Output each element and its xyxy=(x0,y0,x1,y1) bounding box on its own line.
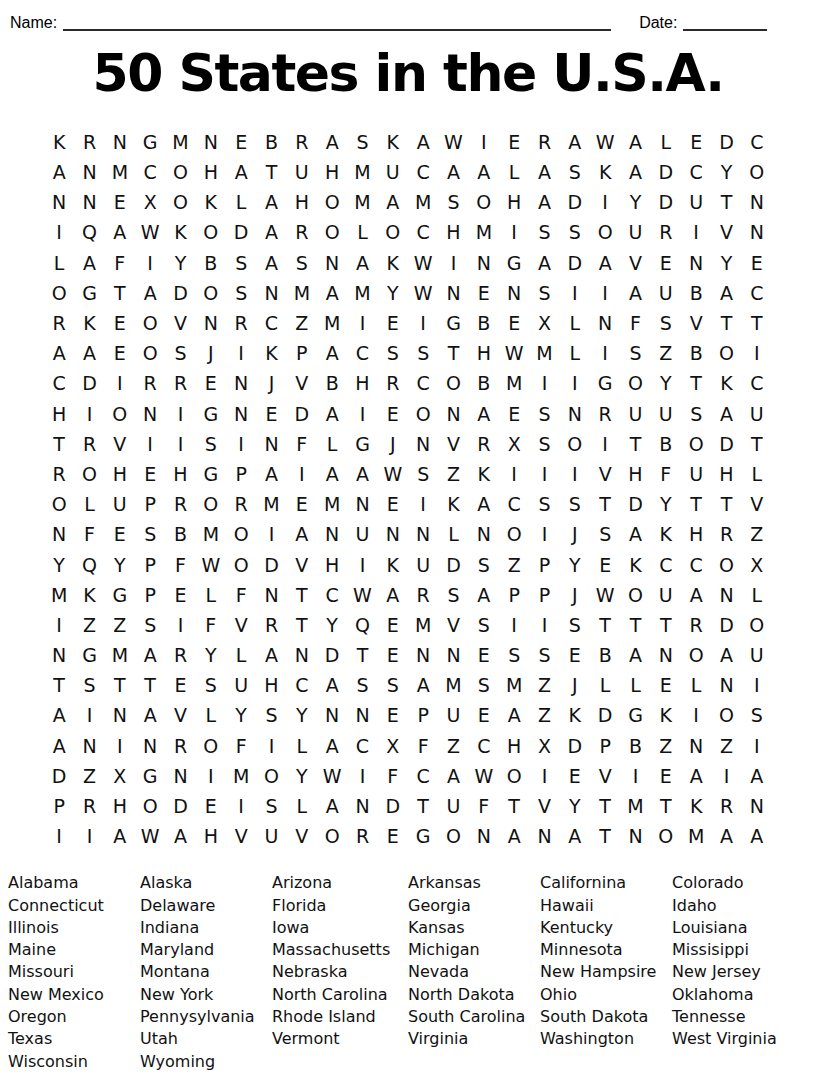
grid-cell-r10c15[interactable]: A xyxy=(469,398,499,428)
grid-cell-r21c23[interactable]: Z xyxy=(711,731,741,761)
grid-cell-r13c21[interactable]: Y xyxy=(651,489,681,519)
grid-cell-r17c20[interactable]: T xyxy=(620,610,650,640)
grid-cell-r5c1[interactable]: L xyxy=(44,248,74,278)
grid-cell-r16c20[interactable]: O xyxy=(620,580,650,610)
grid-cell-r3c1[interactable]: N xyxy=(44,187,74,217)
grid-cell-r21c15[interactable]: C xyxy=(469,731,499,761)
grid-cell-r7c9[interactable]: Z xyxy=(287,308,317,338)
grid-cell-r6c5[interactable]: D xyxy=(165,278,195,308)
grid-cell-r14c16[interactable]: O xyxy=(499,519,529,549)
grid-cell-r15c23[interactable]: O xyxy=(711,549,741,579)
grid-cell-r22c4[interactable]: G xyxy=(135,761,165,791)
grid-cell-r5c19[interactable]: A xyxy=(590,248,620,278)
grid-cell-r1c15[interactable]: I xyxy=(469,127,499,157)
grid-cell-r4c10[interactable]: O xyxy=(317,217,347,247)
grid-cell-r15c6[interactable]: W xyxy=(196,549,226,579)
grid-cell-r12c11[interactable]: A xyxy=(347,459,377,489)
grid-cell-r14c20[interactable]: A xyxy=(620,519,650,549)
grid-cell-r15c20[interactable]: K xyxy=(620,549,650,579)
grid-cell-r22c3[interactable]: X xyxy=(105,761,135,791)
grid-cell-r1c11[interactable]: S xyxy=(347,127,377,157)
grid-cell-r14c14[interactable]: L xyxy=(438,519,468,549)
grid-cell-r23c20[interactable]: M xyxy=(620,791,650,821)
grid-cell-r24c15[interactable]: N xyxy=(469,821,499,851)
grid-cell-r4c2[interactable]: Q xyxy=(74,217,104,247)
grid-cell-r3c6[interactable]: K xyxy=(196,187,226,217)
grid-cell-r23c15[interactable]: F xyxy=(469,791,499,821)
grid-cell-r8c4[interactable]: O xyxy=(135,338,165,368)
grid-cell-r10c10[interactable]: A xyxy=(317,398,347,428)
grid-cell-r12c18[interactable]: I xyxy=(560,459,590,489)
grid-cell-r8c19[interactable]: I xyxy=(590,338,620,368)
grid-cell-r22c14[interactable]: A xyxy=(438,761,468,791)
grid-cell-r18c22[interactable]: O xyxy=(681,640,711,670)
grid-cell-r23c24[interactable]: N xyxy=(742,791,772,821)
grid-cell-r11c8[interactable]: N xyxy=(256,429,286,459)
grid-cell-r5c5[interactable]: Y xyxy=(165,248,195,278)
grid-cell-r10c20[interactable]: U xyxy=(620,398,650,428)
grid-cell-r18c9[interactable]: N xyxy=(287,640,317,670)
grid-cell-r5c12[interactable]: K xyxy=(378,248,408,278)
grid-cell-r14c4[interactable]: S xyxy=(135,519,165,549)
grid-cell-r21c12[interactable]: X xyxy=(378,731,408,761)
grid-cell-r21c6[interactable]: O xyxy=(196,731,226,761)
grid-cell-r9c9[interactable]: V xyxy=(287,368,317,398)
grid-cell-r12c12[interactable]: W xyxy=(378,459,408,489)
grid-cell-r18c16[interactable]: S xyxy=(499,640,529,670)
grid-cell-r3c21[interactable]: D xyxy=(651,187,681,217)
grid-cell-r4c19[interactable]: O xyxy=(590,217,620,247)
grid-cell-r8c9[interactable]: P xyxy=(287,338,317,368)
grid-cell-r12c21[interactable]: F xyxy=(651,459,681,489)
grid-cell-r5c20[interactable]: V xyxy=(620,248,650,278)
grid-cell-r3c3[interactable]: E xyxy=(105,187,135,217)
grid-cell-r22c22[interactable]: A xyxy=(681,761,711,791)
grid-cell-r11c2[interactable]: R xyxy=(74,429,104,459)
grid-cell-r24c4[interactable]: W xyxy=(135,821,165,851)
grid-cell-r13c9[interactable]: E xyxy=(287,489,317,519)
grid-cell-r24c7[interactable]: V xyxy=(226,821,256,851)
grid-cell-r9c8[interactable]: J xyxy=(256,368,286,398)
grid-cell-r24c20[interactable]: N xyxy=(620,821,650,851)
grid-cell-r19c23[interactable]: N xyxy=(711,670,741,700)
grid-cell-r11c5[interactable]: I xyxy=(165,429,195,459)
grid-cell-r20c22[interactable]: I xyxy=(681,700,711,730)
grid-cell-r3c2[interactable]: N xyxy=(74,187,104,217)
grid-cell-r13c15[interactable]: A xyxy=(469,489,499,519)
grid-cell-r7c12[interactable]: E xyxy=(378,308,408,338)
grid-cell-r21c2[interactable]: N xyxy=(74,731,104,761)
grid-cell-r1c3[interactable]: N xyxy=(105,127,135,157)
grid-cell-r17c3[interactable]: Z xyxy=(105,610,135,640)
grid-cell-r16c5[interactable]: E xyxy=(165,580,195,610)
grid-cell-r24c8[interactable]: U xyxy=(256,821,286,851)
grid-cell-r22c8[interactable]: O xyxy=(256,761,286,791)
grid-cell-r5c8[interactable]: A xyxy=(256,248,286,278)
grid-cell-r1c2[interactable]: R xyxy=(74,127,104,157)
grid-cell-r10c9[interactable]: D xyxy=(287,398,317,428)
grid-cell-r1c12[interactable]: K xyxy=(378,127,408,157)
grid-cell-r2c21[interactable]: D xyxy=(651,157,681,187)
grid-cell-r1c1[interactable]: K xyxy=(44,127,74,157)
grid-cell-r24c12[interactable]: E xyxy=(378,821,408,851)
grid-cell-r1c23[interactable]: D xyxy=(711,127,741,157)
grid-cell-r22c9[interactable]: Y xyxy=(287,761,317,791)
grid-cell-r14c1[interactable]: N xyxy=(44,519,74,549)
grid-cell-r2c16[interactable]: L xyxy=(499,157,529,187)
grid-cell-r15c10[interactable]: H xyxy=(317,549,347,579)
grid-cell-r8c14[interactable]: T xyxy=(438,338,468,368)
grid-cell-r14c7[interactable]: O xyxy=(226,519,256,549)
grid-cell-r24c17[interactable]: N xyxy=(529,821,559,851)
grid-cell-r3c9[interactable]: H xyxy=(287,187,317,217)
grid-cell-r16c12[interactable]: A xyxy=(378,580,408,610)
grid-cell-r12c17[interactable]: I xyxy=(529,459,559,489)
grid-cell-r6c2[interactable]: G xyxy=(74,278,104,308)
grid-cell-r2c4[interactable]: C xyxy=(135,157,165,187)
grid-cell-r20c2[interactable]: I xyxy=(74,700,104,730)
grid-cell-r11c15[interactable]: R xyxy=(469,429,499,459)
grid-cell-r11c19[interactable]: I xyxy=(590,429,620,459)
grid-cell-r3c8[interactable]: A xyxy=(256,187,286,217)
grid-cell-r11c18[interactable]: O xyxy=(560,429,590,459)
grid-cell-r3c7[interactable]: L xyxy=(226,187,256,217)
grid-cell-r12c5[interactable]: H xyxy=(165,459,195,489)
grid-cell-r17c5[interactable]: I xyxy=(165,610,195,640)
grid-cell-r4c9[interactable]: R xyxy=(287,217,317,247)
grid-cell-r14c21[interactable]: K xyxy=(651,519,681,549)
grid-cell-r8c10[interactable]: A xyxy=(317,338,347,368)
grid-cell-r15c3[interactable]: Y xyxy=(105,549,135,579)
grid-cell-r17c23[interactable]: D xyxy=(711,610,741,640)
grid-cell-r11c9[interactable]: F xyxy=(287,429,317,459)
grid-cell-r18c7[interactable]: L xyxy=(226,640,256,670)
grid-cell-r19c2[interactable]: S xyxy=(74,670,104,700)
grid-cell-r13c4[interactable]: P xyxy=(135,489,165,519)
grid-cell-r20c21[interactable]: K xyxy=(651,700,681,730)
grid-cell-r7c2[interactable]: K xyxy=(74,308,104,338)
grid-cell-r1c21[interactable]: L xyxy=(651,127,681,157)
grid-cell-r23c1[interactable]: P xyxy=(44,791,74,821)
grid-cell-r5c3[interactable]: F xyxy=(105,248,135,278)
grid-cell-r12c16[interactable]: I xyxy=(499,459,529,489)
grid-cell-r17c21[interactable]: T xyxy=(651,610,681,640)
grid-cell-r15c15[interactable]: S xyxy=(469,549,499,579)
grid-cell-r4c4[interactable]: W xyxy=(135,217,165,247)
grid-cell-r22c6[interactable]: I xyxy=(196,761,226,791)
grid-cell-r16c9[interactable]: T xyxy=(287,580,317,610)
grid-cell-r23c7[interactable]: I xyxy=(226,791,256,821)
grid-cell-r7c3[interactable]: E xyxy=(105,308,135,338)
grid-cell-r9c21[interactable]: Y xyxy=(651,368,681,398)
grid-cell-r9c11[interactable]: H xyxy=(347,368,377,398)
grid-cell-r4c12[interactable]: O xyxy=(378,217,408,247)
grid-cell-r6c21[interactable]: U xyxy=(651,278,681,308)
grid-cell-r14c10[interactable]: N xyxy=(317,519,347,549)
grid-cell-r6c22[interactable]: B xyxy=(681,278,711,308)
grid-cell-r10c1[interactable]: H xyxy=(44,398,74,428)
grid-cell-r14c12[interactable]: N xyxy=(378,519,408,549)
grid-cell-r15c22[interactable]: C xyxy=(681,549,711,579)
grid-cell-r10c17[interactable]: S xyxy=(529,398,559,428)
grid-cell-r14c5[interactable]: B xyxy=(165,519,195,549)
grid-cell-r6c8[interactable]: N xyxy=(256,278,286,308)
grid-cell-r19c8[interactable]: H xyxy=(256,670,286,700)
grid-cell-r12c13[interactable]: S xyxy=(408,459,438,489)
grid-cell-r10c16[interactable]: E xyxy=(499,398,529,428)
grid-cell-r5c4[interactable]: I xyxy=(135,248,165,278)
grid-cell-r15c4[interactable]: P xyxy=(135,549,165,579)
grid-cell-r3c20[interactable]: Y xyxy=(620,187,650,217)
grid-cell-r19c14[interactable]: M xyxy=(438,670,468,700)
grid-cell-r8c15[interactable]: H xyxy=(469,338,499,368)
grid-cell-r24c16[interactable]: A xyxy=(499,821,529,851)
grid-cell-r23c11[interactable]: N xyxy=(347,791,377,821)
grid-cell-r22c7[interactable]: M xyxy=(226,761,256,791)
grid-cell-r3c5[interactable]: O xyxy=(165,187,195,217)
grid-cell-r13c7[interactable]: R xyxy=(226,489,256,519)
grid-cell-r3c10[interactable]: O xyxy=(317,187,347,217)
grid-cell-r4c14[interactable]: H xyxy=(438,217,468,247)
grid-cell-r5c21[interactable]: E xyxy=(651,248,681,278)
grid-cell-r12c3[interactable]: H xyxy=(105,459,135,489)
grid-cell-r7c16[interactable]: E xyxy=(499,308,529,338)
grid-cell-r20c8[interactable]: S xyxy=(256,700,286,730)
grid-cell-r8c7[interactable]: I xyxy=(226,338,256,368)
grid-cell-r19c16[interactable]: M xyxy=(499,670,529,700)
grid-cell-r5c16[interactable]: G xyxy=(499,248,529,278)
grid-cell-r10c11[interactable]: I xyxy=(347,398,377,428)
grid-cell-r4c3[interactable]: A xyxy=(105,217,135,247)
grid-cell-r4c11[interactable]: L xyxy=(347,217,377,247)
grid-cell-r1c18[interactable]: A xyxy=(560,127,590,157)
grid-cell-r4c20[interactable]: U xyxy=(620,217,650,247)
grid-cell-r7c7[interactable]: R xyxy=(226,308,256,338)
grid-cell-r13c23[interactable]: T xyxy=(711,489,741,519)
grid-cell-r9c20[interactable]: O xyxy=(620,368,650,398)
grid-cell-r5c10[interactable]: N xyxy=(317,248,347,278)
grid-cell-r18c11[interactable]: T xyxy=(347,640,377,670)
grid-cell-r13c14[interactable]: K xyxy=(438,489,468,519)
grid-cell-r23c18[interactable]: Y xyxy=(560,791,590,821)
grid-cell-r15c17[interactable]: P xyxy=(529,549,559,579)
grid-cell-r20c17[interactable]: Z xyxy=(529,700,559,730)
grid-cell-r6c7[interactable]: S xyxy=(226,278,256,308)
grid-cell-r23c16[interactable]: T xyxy=(499,791,529,821)
grid-cell-r17c14[interactable]: V xyxy=(438,610,468,640)
grid-cell-r12c14[interactable]: Z xyxy=(438,459,468,489)
grid-cell-r16c21[interactable]: U xyxy=(651,580,681,610)
grid-cell-r21c5[interactable]: R xyxy=(165,731,195,761)
grid-cell-r9c3[interactable]: I xyxy=(105,368,135,398)
grid-cell-r21c11[interactable]: C xyxy=(347,731,377,761)
grid-cell-r11c24[interactable]: T xyxy=(742,429,772,459)
grid-cell-r19c7[interactable]: U xyxy=(226,670,256,700)
grid-cell-r20c19[interactable]: D xyxy=(590,700,620,730)
grid-cell-r15c12[interactable]: K xyxy=(378,549,408,579)
grid-cell-r13c22[interactable]: T xyxy=(681,489,711,519)
grid-cell-r12c9[interactable]: I xyxy=(287,459,317,489)
grid-cell-r21c16[interactable]: H xyxy=(499,731,529,761)
grid-cell-r24c6[interactable]: H xyxy=(196,821,226,851)
grid-cell-r1c17[interactable]: R xyxy=(529,127,559,157)
grid-cell-r4c21[interactable]: R xyxy=(651,217,681,247)
grid-cell-r18c15[interactable]: E xyxy=(469,640,499,670)
grid-cell-r15c11[interactable]: I xyxy=(347,549,377,579)
grid-cell-r8c1[interactable]: A xyxy=(44,338,74,368)
grid-cell-r3c14[interactable]: S xyxy=(438,187,468,217)
grid-cell-r1c9[interactable]: R xyxy=(287,127,317,157)
grid-cell-r18c23[interactable]: A xyxy=(711,640,741,670)
grid-cell-r22c18[interactable]: E xyxy=(560,761,590,791)
grid-cell-r11c3[interactable]: V xyxy=(105,429,135,459)
grid-cell-r8c12[interactable]: S xyxy=(378,338,408,368)
grid-cell-r16c1[interactable]: M xyxy=(44,580,74,610)
grid-cell-r13c8[interactable]: M xyxy=(256,489,286,519)
name-field-line[interactable] xyxy=(63,13,611,31)
grid-cell-r2c11[interactable]: M xyxy=(347,157,377,187)
grid-cell-r17c16[interactable]: I xyxy=(499,610,529,640)
grid-cell-r21c19[interactable]: P xyxy=(590,731,620,761)
grid-cell-r18c4[interactable]: A xyxy=(135,640,165,670)
grid-cell-r5c11[interactable]: A xyxy=(347,248,377,278)
grid-cell-r19c19[interactable]: L xyxy=(590,670,620,700)
grid-cell-r7c24[interactable]: T xyxy=(742,308,772,338)
grid-cell-r7c14[interactable]: G xyxy=(438,308,468,338)
grid-cell-r4c17[interactable]: S xyxy=(529,217,559,247)
grid-cell-r9c23[interactable]: K xyxy=(711,368,741,398)
grid-cell-r12c6[interactable]: G xyxy=(196,459,226,489)
grid-cell-r9c16[interactable]: M xyxy=(499,368,529,398)
grid-cell-r3c22[interactable]: U xyxy=(681,187,711,217)
grid-cell-r21c9[interactable]: L xyxy=(287,731,317,761)
grid-cell-r9c2[interactable]: D xyxy=(74,368,104,398)
grid-cell-r16c3[interactable]: G xyxy=(105,580,135,610)
grid-cell-r4c5[interactable]: K xyxy=(165,217,195,247)
grid-cell-r5c23[interactable]: Y xyxy=(711,248,741,278)
grid-cell-r24c19[interactable]: T xyxy=(590,821,620,851)
grid-cell-r22c16[interactable]: O xyxy=(499,761,529,791)
grid-cell-r15c8[interactable]: D xyxy=(256,549,286,579)
grid-cell-r9c13[interactable]: C xyxy=(408,368,438,398)
grid-cell-r18c14[interactable]: N xyxy=(438,640,468,670)
grid-cell-r1c24[interactable]: C xyxy=(742,127,772,157)
grid-cell-r13c6[interactable]: O xyxy=(196,489,226,519)
grid-cell-r17c4[interactable]: S xyxy=(135,610,165,640)
grid-cell-r14c2[interactable]: F xyxy=(74,519,104,549)
grid-cell-r23c19[interactable]: T xyxy=(590,791,620,821)
grid-cell-r2c2[interactable]: N xyxy=(74,157,104,187)
grid-cell-r23c4[interactable]: O xyxy=(135,791,165,821)
grid-cell-r18c10[interactable]: D xyxy=(317,640,347,670)
grid-cell-r6c18[interactable]: I xyxy=(560,278,590,308)
grid-cell-r12c19[interactable]: V xyxy=(590,459,620,489)
grid-cell-r7c13[interactable]: I xyxy=(408,308,438,338)
grid-cell-r17c12[interactable]: E xyxy=(378,610,408,640)
grid-cell-r13c1[interactable]: O xyxy=(44,489,74,519)
grid-cell-r16c19[interactable]: W xyxy=(590,580,620,610)
grid-cell-r6c17[interactable]: S xyxy=(529,278,559,308)
grid-cell-r13c13[interactable]: I xyxy=(408,489,438,519)
grid-cell-r9c14[interactable]: O xyxy=(438,368,468,398)
grid-cell-r23c10[interactable]: A xyxy=(317,791,347,821)
grid-cell-r2c9[interactable]: U xyxy=(287,157,317,187)
grid-cell-r2c19[interactable]: K xyxy=(590,157,620,187)
grid-cell-r12c10[interactable]: A xyxy=(317,459,347,489)
grid-cell-r23c14[interactable]: U xyxy=(438,791,468,821)
grid-cell-r8c6[interactable]: J xyxy=(196,338,226,368)
grid-cell-r5c14[interactable]: I xyxy=(438,248,468,278)
grid-cell-r16c16[interactable]: P xyxy=(499,580,529,610)
grid-cell-r10c23[interactable]: A xyxy=(711,398,741,428)
grid-cell-r11c10[interactable]: L xyxy=(317,429,347,459)
grid-cell-r4c24[interactable]: N xyxy=(742,217,772,247)
grid-cell-r14c18[interactable]: J xyxy=(560,519,590,549)
grid-cell-r17c22[interactable]: R xyxy=(681,610,711,640)
grid-cell-r18c19[interactable]: B xyxy=(590,640,620,670)
grid-cell-r11c7[interactable]: I xyxy=(226,429,256,459)
grid-cell-r3c11[interactable]: M xyxy=(347,187,377,217)
grid-cell-r13c2[interactable]: L xyxy=(74,489,104,519)
grid-cell-r16c23[interactable]: N xyxy=(711,580,741,610)
grid-cell-r6c13[interactable]: W xyxy=(408,278,438,308)
grid-cell-r1c6[interactable]: N xyxy=(196,127,226,157)
grid-cell-r16c8[interactable]: N xyxy=(256,580,286,610)
grid-cell-r7c6[interactable]: N xyxy=(196,308,226,338)
grid-cell-r14c22[interactable]: H xyxy=(681,519,711,549)
grid-cell-r24c11[interactable]: R xyxy=(347,821,377,851)
grid-cell-r2c15[interactable]: A xyxy=(469,157,499,187)
grid-cell-r9c17[interactable]: I xyxy=(529,368,559,398)
grid-cell-r20c5[interactable]: V xyxy=(165,700,195,730)
grid-cell-r10c24[interactable]: U xyxy=(742,398,772,428)
grid-cell-r12c23[interactable]: H xyxy=(711,459,741,489)
grid-cell-r9c10[interactable]: B xyxy=(317,368,347,398)
grid-cell-r20c10[interactable]: N xyxy=(317,700,347,730)
grid-cell-r11c1[interactable]: T xyxy=(44,429,74,459)
grid-cell-r17c15[interactable]: S xyxy=(469,610,499,640)
grid-cell-r5c22[interactable]: N xyxy=(681,248,711,278)
grid-cell-r8c20[interactable]: S xyxy=(620,338,650,368)
grid-cell-r2c17[interactable]: A xyxy=(529,157,559,187)
grid-cell-r8c18[interactable]: L xyxy=(560,338,590,368)
grid-cell-r12c2[interactable]: O xyxy=(74,459,104,489)
grid-cell-r21c14[interactable]: Z xyxy=(438,731,468,761)
grid-cell-r9c5[interactable]: R xyxy=(165,368,195,398)
grid-cell-r1c22[interactable]: E xyxy=(681,127,711,157)
grid-cell-r16c11[interactable]: W xyxy=(347,580,377,610)
grid-cell-r8c13[interactable]: S xyxy=(408,338,438,368)
grid-cell-r20c14[interactable]: U xyxy=(438,700,468,730)
grid-cell-r10c12[interactable]: E xyxy=(378,398,408,428)
grid-cell-r20c4[interactable]: A xyxy=(135,700,165,730)
grid-cell-r17c6[interactable]: F xyxy=(196,610,226,640)
grid-cell-r14c15[interactable]: N xyxy=(469,519,499,549)
grid-cell-r22c5[interactable]: N xyxy=(165,761,195,791)
grid-cell-r15c1[interactable]: Y xyxy=(44,549,74,579)
grid-cell-r15c7[interactable]: O xyxy=(226,549,256,579)
grid-cell-r14c8[interactable]: I xyxy=(256,519,286,549)
grid-cell-r2c5[interactable]: O xyxy=(165,157,195,187)
grid-cell-r23c8[interactable]: S xyxy=(256,791,286,821)
grid-cell-r23c6[interactable]: E xyxy=(196,791,226,821)
grid-cell-r14c17[interactable]: I xyxy=(529,519,559,549)
grid-cell-r24c24[interactable]: A xyxy=(742,821,772,851)
grid-cell-r24c14[interactable]: O xyxy=(438,821,468,851)
grid-cell-r10c6[interactable]: G xyxy=(196,398,226,428)
grid-cell-r4c16[interactable]: I xyxy=(499,217,529,247)
grid-cell-r11c11[interactable]: G xyxy=(347,429,377,459)
